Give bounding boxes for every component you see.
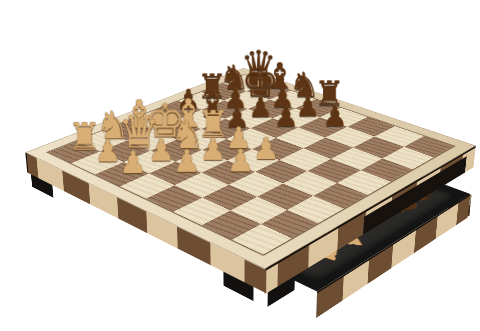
chess-piece-light: ♟	[168, 146, 206, 177]
chess-board-box: ♜♞♝♟♜♞♛♟♛♚♝♝♟♚♝♟♟♞♜♟♟♟♞♟♟♟♟♟♜♟♟♟	[27, 85, 473, 292]
chess-piece-dark: ♟	[317, 102, 352, 130]
box-foot	[31, 174, 53, 198]
chess-piece-light: ♟	[114, 147, 152, 178]
chess-piece-dark: ♟	[268, 103, 303, 131]
chess-piece-light: ♟	[221, 146, 259, 177]
box-foot	[223, 272, 253, 302]
chess-box-product-photo: ♟♝♜♟♚♟♛♟♞♝♟♟♜♞♝♟♛♟♚♜♝♞♟♟ ♜♞♝♟♜♞♛♟♛♚♝♝♟♚♝…	[0, 0, 480, 331]
